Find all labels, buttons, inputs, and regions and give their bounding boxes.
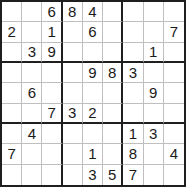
cell-r3c1-empty[interactable] [2, 43, 22, 63]
cell-r7c9-empty[interactable] [164, 124, 184, 144]
cell-r4c7-given[interactable]: 3 [123, 63, 143, 83]
cell-r6c2-empty[interactable] [22, 104, 42, 124]
cell-r6c3-given[interactable]: 7 [42, 104, 62, 124]
cell-r2c9-given[interactable]: 7 [164, 22, 184, 42]
cell-r6c7-empty[interactable] [123, 104, 143, 124]
cell-r6c4-given[interactable]: 3 [63, 104, 83, 124]
cell-r6c6-empty[interactable] [103, 104, 123, 124]
cell-r7c8-given[interactable]: 3 [144, 124, 164, 144]
cell-r2c8-empty[interactable] [144, 22, 164, 42]
cell-r5c6-empty[interactable] [103, 83, 123, 103]
cell-r8c4-empty[interactable] [63, 144, 83, 164]
cell-r9c4-empty[interactable] [63, 165, 83, 185]
cell-r1c8-empty[interactable] [144, 2, 164, 22]
cell-r3c9-empty[interactable] [164, 43, 184, 63]
cell-r1c3-given[interactable]: 6 [42, 2, 62, 22]
cell-r1c7-empty[interactable] [123, 2, 143, 22]
cell-r1c6-empty[interactable] [103, 2, 123, 22]
cell-r8c7-given[interactable]: 8 [123, 144, 143, 164]
cell-r7c2-given[interactable]: 4 [22, 124, 42, 144]
cell-r8c3-empty[interactable] [42, 144, 62, 164]
cell-r2c6-empty[interactable] [103, 22, 123, 42]
cell-r2c7-empty[interactable] [123, 22, 143, 42]
cell-r7c4-empty[interactable] [63, 124, 83, 144]
cell-r8c1-given[interactable]: 7 [2, 144, 22, 164]
cell-r1c9-empty[interactable] [164, 2, 184, 22]
cell-r9c9-empty[interactable] [164, 165, 184, 185]
cell-r7c6-empty[interactable] [103, 124, 123, 144]
cell-r5c9-empty[interactable] [164, 83, 184, 103]
cell-r6c9-empty[interactable] [164, 104, 184, 124]
cell-r5c3-empty[interactable] [42, 83, 62, 103]
cell-r6c8-empty[interactable] [144, 104, 164, 124]
cell-r9c7-given[interactable]: 7 [123, 165, 143, 185]
cell-r2c3-given[interactable]: 1 [42, 22, 62, 42]
cell-r2c5-given[interactable]: 6 [83, 22, 103, 42]
cell-r8c8-empty[interactable] [144, 144, 164, 164]
cell-r8c9-given[interactable]: 4 [164, 144, 184, 164]
cell-r4c6-given[interactable]: 8 [103, 63, 123, 83]
cell-r9c1-empty[interactable] [2, 165, 22, 185]
cell-r7c1-empty[interactable] [2, 124, 22, 144]
cell-r9c6-given[interactable]: 5 [103, 165, 123, 185]
cell-r4c3-empty[interactable] [42, 63, 62, 83]
cell-r2c2-empty[interactable] [22, 22, 42, 42]
cell-r8c5-given[interactable]: 1 [83, 144, 103, 164]
cell-r3c6-empty[interactable] [103, 43, 123, 63]
cell-r2c4-empty[interactable] [63, 22, 83, 42]
cell-r5c4-empty[interactable] [63, 83, 83, 103]
sudoku-board: 6842167391983697324137184357 [0, 0, 186, 187]
cell-r6c5-given[interactable]: 2 [83, 104, 103, 124]
cell-r6c1-empty[interactable] [2, 104, 22, 124]
cell-r9c8-empty[interactable] [144, 165, 164, 185]
cell-r5c2-given[interactable]: 6 [22, 83, 42, 103]
cell-r4c9-empty[interactable] [164, 63, 184, 83]
cell-r4c8-empty[interactable] [144, 63, 164, 83]
cell-r3c4-empty[interactable] [63, 43, 83, 63]
cell-r1c2-empty[interactable] [22, 2, 42, 22]
cell-r3c2-given[interactable]: 3 [22, 43, 42, 63]
cell-r4c2-empty[interactable] [22, 63, 42, 83]
cell-r1c5-given[interactable]: 4 [83, 2, 103, 22]
sudoku-puzzle: 6842167391983697324137184357 [0, 0, 186, 187]
cell-r8c6-empty[interactable] [103, 144, 123, 164]
cell-r4c5-given[interactable]: 9 [83, 63, 103, 83]
cell-r4c1-empty[interactable] [2, 63, 22, 83]
cell-r5c8-given[interactable]: 9 [144, 83, 164, 103]
cell-r7c7-given[interactable]: 1 [123, 124, 143, 144]
cell-r9c5-given[interactable]: 3 [83, 165, 103, 185]
cell-r9c3-empty[interactable] [42, 165, 62, 185]
cell-r2c1-given[interactable]: 2 [2, 22, 22, 42]
cell-r3c3-given[interactable]: 9 [42, 43, 62, 63]
cell-r1c4-given[interactable]: 8 [63, 2, 83, 22]
cell-r3c7-empty[interactable] [123, 43, 143, 63]
cell-r7c3-empty[interactable] [42, 124, 62, 144]
cell-r3c8-given[interactable]: 1 [144, 43, 164, 63]
cell-r9c2-empty[interactable] [22, 165, 42, 185]
cell-r1c1-empty[interactable] [2, 2, 22, 22]
cell-r5c1-empty[interactable] [2, 83, 22, 103]
cell-r8c2-empty[interactable] [22, 144, 42, 164]
cell-r4c4-empty[interactable] [63, 63, 83, 83]
cell-r5c5-empty[interactable] [83, 83, 103, 103]
cell-r5c7-empty[interactable] [123, 83, 143, 103]
cell-r3c5-empty[interactable] [83, 43, 103, 63]
cell-r7c5-empty[interactable] [83, 124, 103, 144]
